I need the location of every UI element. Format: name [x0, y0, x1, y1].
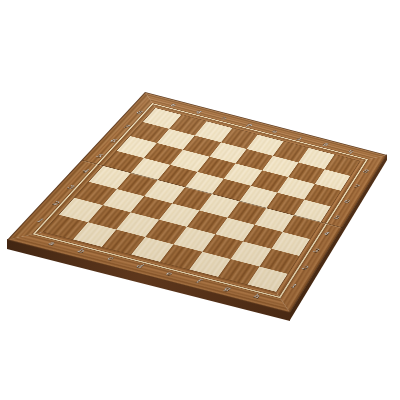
chess-board: abcdefgh abcdefgh 87654321 87654321 [7, 92, 387, 313]
product-photo-scene: abcdefgh abcdefgh 87654321 87654321 [0, 0, 400, 400]
